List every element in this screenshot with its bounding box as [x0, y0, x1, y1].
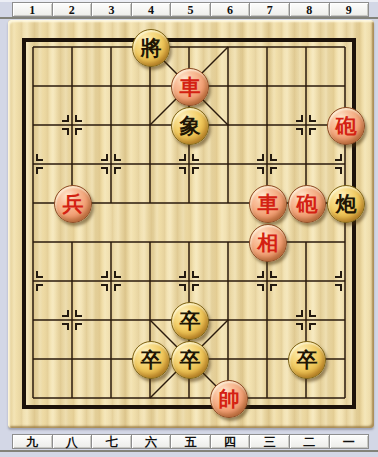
file-label-top-6: 6: [210, 2, 251, 17]
file-label-bottom-1: 九: [12, 434, 53, 449]
xiangqi-app-window: 123456789 將車象砲兵車砲炮相卒卒卒卒帥 九八七六五四三二一: [0, 0, 378, 457]
piece-red-elephant[interactable]: 相: [249, 224, 287, 262]
file-label-top-3: 3: [91, 2, 132, 17]
piece-black-elephant[interactable]: 象: [171, 107, 209, 145]
piece-black-soldier[interactable]: 卒: [132, 341, 170, 379]
file-label-bottom-5: 五: [170, 434, 211, 449]
piece-red-soldier[interactable]: 兵: [54, 185, 92, 223]
file-label-bottom-6: 四: [210, 434, 251, 449]
xiangqi-board[interactable]: 將車象砲兵車砲炮相卒卒卒卒帥: [8, 20, 374, 428]
file-label-top-5: 5: [170, 2, 211, 17]
piece-red-chariot[interactable]: 車: [171, 68, 209, 106]
piece-black-soldier[interactable]: 卒: [288, 341, 326, 379]
file-label-bottom-3: 七: [91, 434, 132, 449]
piece-black-cannon[interactable]: 炮: [327, 185, 365, 223]
bottom-bar-shadow: [0, 450, 378, 452]
piece-red-chariot[interactable]: 車: [249, 185, 287, 223]
file-label-top-8: 8: [289, 2, 330, 17]
file-label-bottom-8: 二: [289, 434, 330, 449]
file-label-top-4: 4: [131, 2, 172, 17]
piece-red-cannon[interactable]: 砲: [327, 107, 365, 145]
piece-red-cannon[interactable]: 砲: [288, 185, 326, 223]
top-file-bar: 123456789: [12, 2, 368, 17]
file-label-bottom-9: 一: [329, 434, 370, 449]
piece-black-general[interactable]: 將: [132, 29, 170, 67]
file-label-bottom-7: 三: [249, 434, 290, 449]
file-label-top-1: 1: [12, 2, 53, 17]
bottom-file-bar: 九八七六五四三二一: [12, 434, 368, 449]
file-label-top-7: 7: [249, 2, 290, 17]
piece-black-soldier[interactable]: 卒: [171, 302, 209, 340]
file-label-bottom-2: 八: [52, 434, 93, 449]
top-bar-shadow: [0, 17, 378, 19]
piece-red-general[interactable]: 帥: [210, 380, 248, 418]
file-label-top-2: 2: [52, 2, 93, 17]
piece-black-soldier[interactable]: 卒: [171, 341, 209, 379]
file-label-bottom-4: 六: [131, 434, 172, 449]
file-label-top-9: 9: [329, 2, 370, 17]
